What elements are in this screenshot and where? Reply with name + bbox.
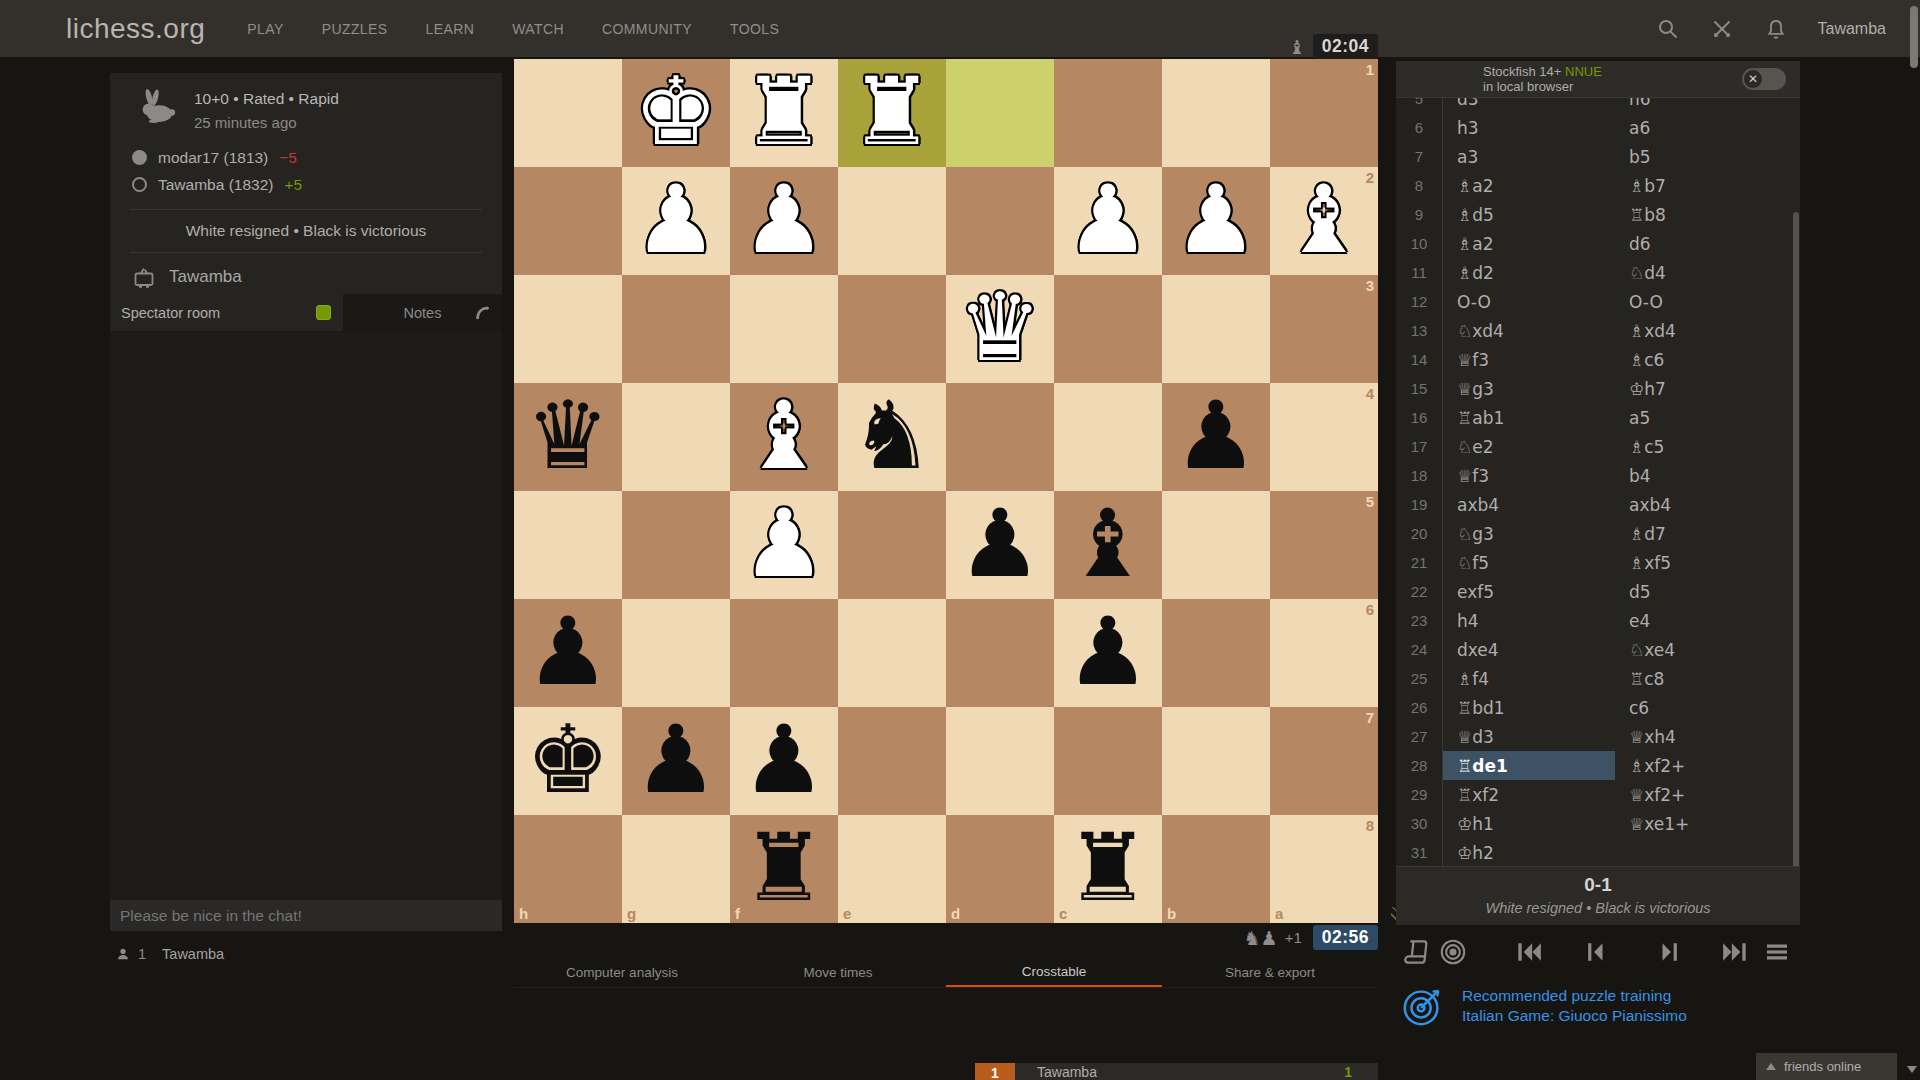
move-number: 15 <box>1396 374 1443 403</box>
black-player-dot <box>132 177 147 192</box>
site-logo[interactable]: lichess.org <box>66 13 205 45</box>
move-number: 16 <box>1396 403 1443 432</box>
chat-input[interactable] <box>110 900 502 931</box>
top-nav-bar: lichess.org PLAYPUZZLESLEARNWATCHCOMMUNI… <box>0 0 1920 57</box>
square-d3[interactable]: ♛ <box>946 275 1054 383</box>
move-number: 20 <box>1396 519 1443 548</box>
move-22-b[interactable]: d5 <box>1615 577 1787 606</box>
game-meta-card: 10+0 • Rated • Rapid 25 minutes ago moda… <box>110 73 502 301</box>
move-number: 27 <box>1396 722 1443 751</box>
white-pawn: ♟ <box>730 491 838 597</box>
result-score: 0-1 <box>1396 874 1800 896</box>
tab-move-times[interactable]: Move times <box>730 957 946 987</box>
move-row-13: 13♘xd4♗xd4 <box>1396 316 1800 345</box>
square-h2[interactable] <box>514 167 622 275</box>
move-24-b[interactable]: ♘xe4 <box>1615 635 1787 664</box>
square-d5[interactable]: ♟ <box>946 491 1054 599</box>
file-label-c: c <box>1059 905 1067 922</box>
black-pawn: ♟ <box>622 707 730 813</box>
search-icon[interactable] <box>1656 17 1680 41</box>
crossed-swords-icon[interactable] <box>1710 17 1734 41</box>
square-e2[interactable] <box>838 167 946 275</box>
rank-label-6: 6 <box>1366 601 1374 618</box>
move-15-b[interactable]: ♔h7 <box>1615 374 1787 403</box>
crosstable-score: 1 <box>1344 1064 1352 1080</box>
square-f4[interactable]: ♝ <box>730 383 838 491</box>
move-17-w[interactable]: ♘e2 <box>1443 432 1615 461</box>
white-pawn: ♟ <box>1054 167 1162 273</box>
nav-item-play[interactable]: PLAY <box>247 21 283 37</box>
white-clock-row: ♝ 02:04 <box>1289 34 1378 59</box>
move-row-16: 16♖ab1a5 <box>1396 403 1800 432</box>
rank-label-3: 3 <box>1366 277 1374 294</box>
move-7-w[interactable]: a3 <box>1443 142 1615 171</box>
square-h1[interactable] <box>514 59 622 167</box>
move-row-9: 9♗d5♖b8 <box>1396 200 1800 229</box>
move-11-b[interactable]: ♘d4 <box>1615 258 1787 287</box>
move-row-28: 28♖de1♗xf2+ <box>1396 751 1800 780</box>
move-26-w[interactable]: ♖bd1 <box>1443 693 1615 722</box>
move-30-w[interactable]: ♔h1 <box>1443 809 1615 838</box>
move-10-b[interactable]: d6 <box>1615 229 1787 258</box>
previous-move-icon[interactable] <box>1580 937 1610 967</box>
square-f1[interactable]: ♜ <box>730 59 838 167</box>
move-number: 12 <box>1396 287 1443 316</box>
move-12-b[interactable]: O-O <box>1615 287 1787 316</box>
nav-item-watch[interactable]: WATCH <box>512 21 564 37</box>
square-b4[interactable]: ♟ <box>1162 383 1270 491</box>
white-pawn: ♟ <box>1162 167 1270 273</box>
skip-to-end-icon[interactable] <box>1720 937 1750 967</box>
white-pawn: ♟ <box>622 167 730 273</box>
white-bishop: ♝ <box>1270 167 1378 273</box>
engine-toggle[interactable]: ✕ <box>1742 68 1786 90</box>
expand-triangle-icon <box>1766 1063 1776 1070</box>
move-row-10: 10♗a2d6 <box>1396 229 1800 258</box>
square-d4[interactable] <box>946 383 1054 491</box>
engine-location: in local browser <box>1483 79 1602 94</box>
engine-panel: Stockfish 14+ NNUE in local browser ✕ <box>1396 61 1800 98</box>
square-b8[interactable]: b <box>1162 815 1270 923</box>
chat-toggle-indicator[interactable] <box>316 305 331 320</box>
chat-members: 1 Tawamba <box>116 946 224 962</box>
square-g1[interactable]: ♚ <box>622 59 730 167</box>
engine-nnue-label: NNUE <box>1565 64 1602 79</box>
game-result-text: White resigned • Black is victorious <box>110 222 502 240</box>
move-12-w[interactable]: O-O <box>1443 287 1615 316</box>
square-g5[interactable] <box>622 491 730 599</box>
material-advantage: +1 <box>1285 929 1302 946</box>
square-f8[interactable]: ♜f <box>730 815 838 923</box>
square-a5[interactable]: 5 <box>1270 491 1378 599</box>
file-label-h: h <box>519 905 528 922</box>
tab-share-export[interactable]: Share & export <box>1162 957 1378 987</box>
menu-icon[interactable] <box>1762 937 1792 967</box>
move-21-b[interactable]: ♗xf5 <box>1615 548 1787 577</box>
square-b5[interactable] <box>1162 491 1270 599</box>
move-row-14: 14♕f3♗c6 <box>1396 345 1800 374</box>
chess-board: ♚♜♜1♟♟♟♟♝2♛3♛♝♞♟4♟♟♝5♟♟6♚♟♟7hg♜fed♜cba8 <box>514 59 1378 923</box>
square-f7[interactable]: ♟ <box>730 707 838 815</box>
square-a1[interactable]: 1 <box>1270 59 1378 167</box>
chat-member-name[interactable]: Tawamba <box>162 946 224 962</box>
game-time-ago: 25 minutes ago <box>194 111 339 135</box>
rapid-rabbit-icon <box>136 87 178 127</box>
move-25-b[interactable]: ♖c8 <box>1615 664 1787 693</box>
black-clock-row: ♞♟ +1 02:56 <box>1244 925 1378 950</box>
square-e8[interactable]: e <box>838 815 946 923</box>
white-king: ♚ <box>622 59 730 165</box>
tab-computer-analysis[interactable]: Computer analysis <box>514 957 730 987</box>
move-10-w[interactable]: ♗a2 <box>1443 229 1615 258</box>
move-number: 28 <box>1396 751 1443 780</box>
move-number: 10 <box>1396 229 1443 258</box>
white-bishop: ♝ <box>730 383 838 489</box>
rank-label-2: 2 <box>1366 169 1374 186</box>
square-d8[interactable]: d <box>946 815 1054 923</box>
move-number: 31 <box>1396 838 1443 866</box>
white-player-dot <box>132 150 147 165</box>
square-e1[interactable]: ♜ <box>838 59 946 167</box>
black-clock: 02:56 <box>1313 925 1378 950</box>
move-number: 24 <box>1396 635 1443 664</box>
move-row-18: 18♕f3b4 <box>1396 461 1800 490</box>
under-board-tabs: Computer analysisMove timesCrosstableSha… <box>514 957 1378 988</box>
black-rook: ♜ <box>1054 815 1162 921</box>
square-g3[interactable] <box>622 275 730 383</box>
move-20-b[interactable]: ♗d7 <box>1615 519 1787 548</box>
move-8-b[interactable]: ♗b7 <box>1615 171 1787 200</box>
move-6-w[interactable]: h3 <box>1443 113 1615 142</box>
square-d1[interactable] <box>946 59 1054 167</box>
move-number: 18 <box>1396 461 1443 490</box>
move-22-w[interactable]: exf5 <box>1443 577 1615 606</box>
move-row-19: 19axb4axb4 <box>1396 490 1800 519</box>
move-5-w[interactable]: d3 <box>1443 98 1615 113</box>
black-queen: ♛ <box>514 383 622 489</box>
square-d2[interactable] <box>946 167 1054 275</box>
square-b6[interactable] <box>1162 599 1270 707</box>
main-nav: PLAYPUZZLESLEARNWATCHCOMMUNITYTOOLS <box>247 21 779 37</box>
move-17-b[interactable]: ♗c5 <box>1615 432 1787 461</box>
skip-to-start-icon[interactable] <box>1514 937 1544 967</box>
move-16-b[interactable]: a5 <box>1615 403 1787 432</box>
move-number: 7 <box>1396 142 1443 171</box>
move-31-w[interactable]: ♔h2 <box>1443 838 1615 866</box>
move-9-b[interactable]: ♖b8 <box>1615 200 1787 229</box>
puzzle-target-icon <box>1400 983 1446 1029</box>
square-a2[interactable]: ♝2 <box>1270 167 1378 275</box>
friends-online-bar[interactable]: friends online <box>1756 1053 1897 1080</box>
square-c8[interactable]: ♜c <box>1054 815 1162 923</box>
black-pawn: ♟ <box>730 707 838 813</box>
knight-icon: ♞ <box>1244 927 1261 949</box>
white-player-name: modar17 (1813) <box>158 145 268 170</box>
move-7-b[interactable]: b5 <box>1615 142 1787 171</box>
move-5-b[interactable]: h6 <box>1615 98 1787 113</box>
move-15-w[interactable]: ♕g3 <box>1443 374 1615 403</box>
chat-messages <box>110 331 502 900</box>
square-d7[interactable] <box>946 707 1054 815</box>
square-a7[interactable]: 7 <box>1270 707 1378 815</box>
move-number: 23 <box>1396 606 1443 635</box>
practice-target-icon[interactable] <box>1438 937 1468 967</box>
next-move-icon[interactable] <box>1655 937 1685 967</box>
move-row-7: 7a3b5 <box>1396 142 1800 171</box>
chat-member-count: 1 <box>138 946 146 962</box>
square-g4[interactable] <box>622 383 730 491</box>
person-icon <box>116 947 130 961</box>
move-row-29: 29♖xf2♕xf2+ <box>1396 780 1800 809</box>
black-captured-material: ♞♟ <box>1244 927 1278 949</box>
engine-toggle-knob: ✕ <box>1744 70 1762 88</box>
file-label-a: a <box>1275 905 1283 922</box>
black-rating-delta: +5 <box>284 172 302 197</box>
square-a6[interactable]: 6 <box>1270 599 1378 707</box>
move-row-12: 12O-OO-O <box>1396 287 1800 316</box>
move-14-b[interactable]: ♗c6 <box>1615 345 1787 374</box>
white-rating-delta: −5 <box>279 145 297 170</box>
move-23-b[interactable]: e4 <box>1615 606 1787 635</box>
move-27-w[interactable]: ♕d3 <box>1443 722 1615 751</box>
tv-user-link[interactable]: Tawamba <box>132 265 484 289</box>
black-pawn: ♟ <box>514 599 622 705</box>
bell-icon[interactable] <box>1764 17 1788 41</box>
move-row-5: 5d3h6 <box>1396 98 1800 113</box>
move-31-b <box>1615 838 1787 866</box>
move-list-scrollbar[interactable] <box>1793 212 1799 924</box>
square-h8[interactable]: h <box>514 815 622 923</box>
move-number: 17 <box>1396 432 1443 461</box>
square-b2[interactable]: ♟ <box>1162 167 1270 275</box>
square-a4[interactable]: 4 <box>1270 383 1378 491</box>
square-e7[interactable] <box>838 707 946 815</box>
black-king: ♚ <box>514 707 622 813</box>
move-23-w[interactable]: h4 <box>1443 606 1615 635</box>
tv-icon <box>132 265 156 289</box>
file-label-b: b <box>1167 905 1176 922</box>
move-row-11: 11♗d2♘d4 <box>1396 258 1800 287</box>
result-box: 0-1 White resigned • Black is victorious <box>1396 866 1800 925</box>
move-number: 11 <box>1396 258 1443 287</box>
pawn-icon: ♟ <box>1261 927 1278 949</box>
square-b7[interactable] <box>1162 707 1270 815</box>
move-30-b[interactable]: ♕xe1+ <box>1615 809 1787 838</box>
square-c6[interactable]: ♟ <box>1054 599 1162 707</box>
move-13-b[interactable]: ♗xd4 <box>1615 316 1787 345</box>
square-c1[interactable] <box>1054 59 1162 167</box>
white-captured-material: ♝ <box>1289 36 1306 58</box>
square-c4[interactable] <box>1054 383 1162 491</box>
move-row-21: 21♘f5♗xf5 <box>1396 548 1800 577</box>
move-row-25: 25♗f4♖c8 <box>1396 664 1800 693</box>
square-g7[interactable]: ♟ <box>622 707 730 815</box>
file-label-e: e <box>843 905 851 922</box>
rank-label-8: 8 <box>1366 817 1374 834</box>
nav-item-learn[interactable]: LEARN <box>426 21 475 37</box>
result-description: White resigned • Black is victorious <box>1396 900 1800 916</box>
move-number: 26 <box>1396 693 1443 722</box>
page-scrollbar-thumb[interactable] <box>1910 6 1918 68</box>
black-knight: ♞ <box>838 383 946 489</box>
tab-crosstable[interactable]: Crosstable <box>946 957 1162 987</box>
crosstable-rank: 1 <box>975 1063 1015 1080</box>
move-number: 14 <box>1396 345 1443 374</box>
square-e6[interactable] <box>838 599 946 707</box>
move-8-w[interactable]: ♗a2 <box>1443 171 1615 200</box>
square-h7[interactable]: ♚ <box>514 707 622 815</box>
rank-label-5: 5 <box>1366 493 1374 510</box>
square-h6[interactable]: ♟ <box>514 599 622 707</box>
move-19-b[interactable]: axb4 <box>1615 490 1787 519</box>
username[interactable]: Tawamba <box>1818 20 1886 38</box>
crosstable-row[interactable]: 1 Tawamba 1 <box>975 1063 1378 1080</box>
square-c5[interactable]: ♝ <box>1054 491 1162 599</box>
square-d6[interactable] <box>946 599 1054 707</box>
move-row-20: 20♘g3♗d7 <box>1396 519 1800 548</box>
black-rook: ♜ <box>730 815 838 921</box>
move-row-22: 22exf5d5 <box>1396 577 1800 606</box>
move-27-b[interactable]: ♕xh4 <box>1615 722 1787 751</box>
square-g6[interactable] <box>622 599 730 707</box>
white-pawn: ♟ <box>730 167 838 273</box>
square-a3[interactable]: 3 <box>1270 275 1378 383</box>
square-h4[interactable]: ♛ <box>514 383 622 491</box>
square-b1[interactable] <box>1162 59 1270 167</box>
square-h3[interactable] <box>514 275 622 383</box>
move-row-24: 24dxe4♘xe4 <box>1396 635 1800 664</box>
move-number: 9 <box>1396 200 1443 229</box>
phone-icon[interactable] <box>472 302 493 323</box>
rank-label-4: 4 <box>1366 385 1374 402</box>
move-18-b[interactable]: b4 <box>1615 461 1787 490</box>
black-player-row[interactable]: Tawamba (1832) +5 <box>132 172 484 197</box>
move-29-b[interactable]: ♕xf2+ <box>1615 780 1787 809</box>
puzzle-link-line2[interactable]: Italian Game: Giuoco Pianissimo <box>1462 1006 1687 1026</box>
move-number: 6 <box>1396 113 1443 142</box>
puzzle-link-line1[interactable]: Recommended puzzle training <box>1462 986 1687 1006</box>
move-row-17: 17♘e2♗c5 <box>1396 432 1800 461</box>
nav-item-community[interactable]: COMMUNITY <box>602 21 692 37</box>
move-6-b[interactable]: a6 <box>1615 113 1787 142</box>
white-player-row[interactable]: modar17 (1813) −5 <box>132 145 484 170</box>
move-row-23: 23h4e4 <box>1396 606 1800 635</box>
nav-item-puzzles[interactable]: PUZZLES <box>322 21 388 37</box>
move-row-31: 31♔h2 <box>1396 838 1800 866</box>
move-11-w[interactable]: ♗d2 <box>1443 258 1615 287</box>
move-14-w[interactable]: ♕f3 <box>1443 345 1615 374</box>
move-number: 19 <box>1396 490 1443 519</box>
move-28-w[interactable]: ♖de1 <box>1443 751 1615 780</box>
white-rook: ♜ <box>838 59 946 165</box>
tv-user-name: Tawamba <box>169 267 242 287</box>
move-number: 22 <box>1396 577 1443 606</box>
white-queen: ♛ <box>946 275 1054 381</box>
crosstable-name: Tawamba <box>1037 1064 1097 1080</box>
move-29-w[interactable]: ♖xf2 <box>1443 780 1615 809</box>
move-number: 29 <box>1396 780 1443 809</box>
puzzle-recommendation[interactable]: Recommended puzzle training Italian Game… <box>1400 983 1687 1029</box>
square-a8[interactable]: a8 <box>1270 815 1378 923</box>
black-pawn: ♟ <box>1162 383 1270 489</box>
square-f3[interactable] <box>730 275 838 383</box>
rank-label-7: 7 <box>1366 709 1374 726</box>
move-list: 5d3h66h3a67a3b58♗a2♗b79♗d5♖b810♗a2d611♗d… <box>1396 98 1800 866</box>
page-scrollbar-down-arrow[interactable] <box>1907 1066 1917 1073</box>
move-number: 30 <box>1396 809 1443 838</box>
move-row-8: 8♗a2♗b7 <box>1396 171 1800 200</box>
square-f6[interactable] <box>730 599 838 707</box>
square-e5[interactable] <box>838 491 946 599</box>
move-row-6: 6h3a6 <box>1396 113 1800 142</box>
move-20-w[interactable]: ♘g3 <box>1443 519 1615 548</box>
square-c7[interactable] <box>1054 707 1162 815</box>
square-g2[interactable]: ♟ <box>622 167 730 275</box>
move-25-w[interactable]: ♗f4 <box>1443 664 1615 693</box>
move-number: 21 <box>1396 548 1443 577</box>
file-label-f: f <box>735 905 740 922</box>
square-b3[interactable] <box>1162 275 1270 383</box>
square-g8[interactable]: g <box>622 815 730 923</box>
white-rook: ♜ <box>730 59 838 165</box>
white-clock: 02:04 <box>1313 34 1378 59</box>
square-e4[interactable]: ♞ <box>838 383 946 491</box>
square-e3[interactable] <box>838 275 946 383</box>
opening-explorer-book-icon[interactable] <box>1402 937 1432 967</box>
black-pawn: ♟ <box>1054 599 1162 705</box>
square-f2[interactable]: ♟ <box>730 167 838 275</box>
file-label-g: g <box>627 905 636 922</box>
move-21-w[interactable]: ♘f5 <box>1443 548 1615 577</box>
move-number: 8 <box>1396 171 1443 200</box>
square-h5[interactable] <box>514 491 622 599</box>
move-number: 13 <box>1396 316 1443 345</box>
move-row-27: 27♕d3♕xh4 <box>1396 722 1800 751</box>
time-control: 10+0 • Rated • Rapid <box>194 87 339 111</box>
square-c2[interactable]: ♟ <box>1054 167 1162 275</box>
black-player-name: Tawamba (1832) <box>158 172 273 197</box>
file-label-d: d <box>951 905 960 922</box>
engine-name: Stockfish 14+ NNUE <box>1483 64 1602 79</box>
move-row-30: 30♔h1♕xe1+ <box>1396 809 1800 838</box>
friends-online-label: friends online <box>1784 1059 1861 1074</box>
tab-spectator-room[interactable]: Spectator room <box>110 294 343 331</box>
move-18-w[interactable]: ♕f3 <box>1443 461 1615 490</box>
move-28-b[interactable]: ♗xf2+ <box>1615 751 1787 780</box>
move-row-26: 26♖bd1c6 <box>1396 693 1800 722</box>
move-9-w[interactable]: ♗d5 <box>1443 200 1615 229</box>
move-number: 5 <box>1396 98 1443 113</box>
move-row-15: 15♕g3♔h7 <box>1396 374 1800 403</box>
move-19-w[interactable]: axb4 <box>1443 490 1615 519</box>
square-c3[interactable] <box>1054 275 1162 383</box>
move-26-b[interactable]: c6 <box>1615 693 1787 722</box>
move-16-w[interactable]: ♖ab1 <box>1443 403 1615 432</box>
move-24-w[interactable]: dxe4 <box>1443 635 1615 664</box>
nav-item-tools[interactable]: TOOLS <box>730 21 779 37</box>
square-f5[interactable]: ♟ <box>730 491 838 599</box>
chat-tabs: Spectator room Notes <box>110 294 502 331</box>
move-number: 25 <box>1396 664 1443 693</box>
move-13-w[interactable]: ♘xd4 <box>1443 316 1615 345</box>
black-pawn: ♟ <box>946 491 1054 597</box>
rank-label-1: 1 <box>1366 61 1374 78</box>
black-bishop: ♝ <box>1054 491 1162 597</box>
bishop-icon: ♝ <box>1289 36 1306 58</box>
